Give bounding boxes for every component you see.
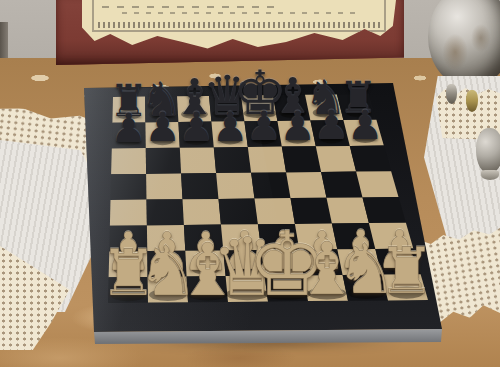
chess-piece-black-pawn[interactable]: ♟ (111, 108, 147, 149)
chess-piece-black-pawn[interactable]: ♟ (212, 107, 248, 148)
chess-piece-black-pawn[interactable]: ♟ (178, 107, 214, 148)
chess-piece-black-pawn[interactable]: ♟ (347, 105, 383, 146)
photo-of-marble-chess-set: ♜♞♝♛♚♝♞♜♟♟♟♟♟♟♟♟♟♟♟♟♟♟♟♟♜♞♝♛♚♝♞♜ (0, 0, 500, 367)
chess-piece-black-pawn[interactable]: ♟ (313, 106, 349, 147)
square-h6[interactable] (350, 146, 391, 172)
chess-piece-white-rook[interactable]: ♜ (378, 240, 435, 304)
chess-piece-black-pawn[interactable]: ♟ (280, 106, 316, 147)
chess-piece-black-pawn[interactable]: ♟ (144, 107, 180, 148)
square-f5[interactable] (286, 172, 326, 198)
square-h5[interactable] (356, 171, 398, 197)
square-g6[interactable] (316, 146, 356, 172)
square-g5[interactable] (321, 172, 362, 198)
chess-piece-black-pawn[interactable]: ♟ (246, 106, 282, 147)
square-f6[interactable] (282, 146, 321, 172)
